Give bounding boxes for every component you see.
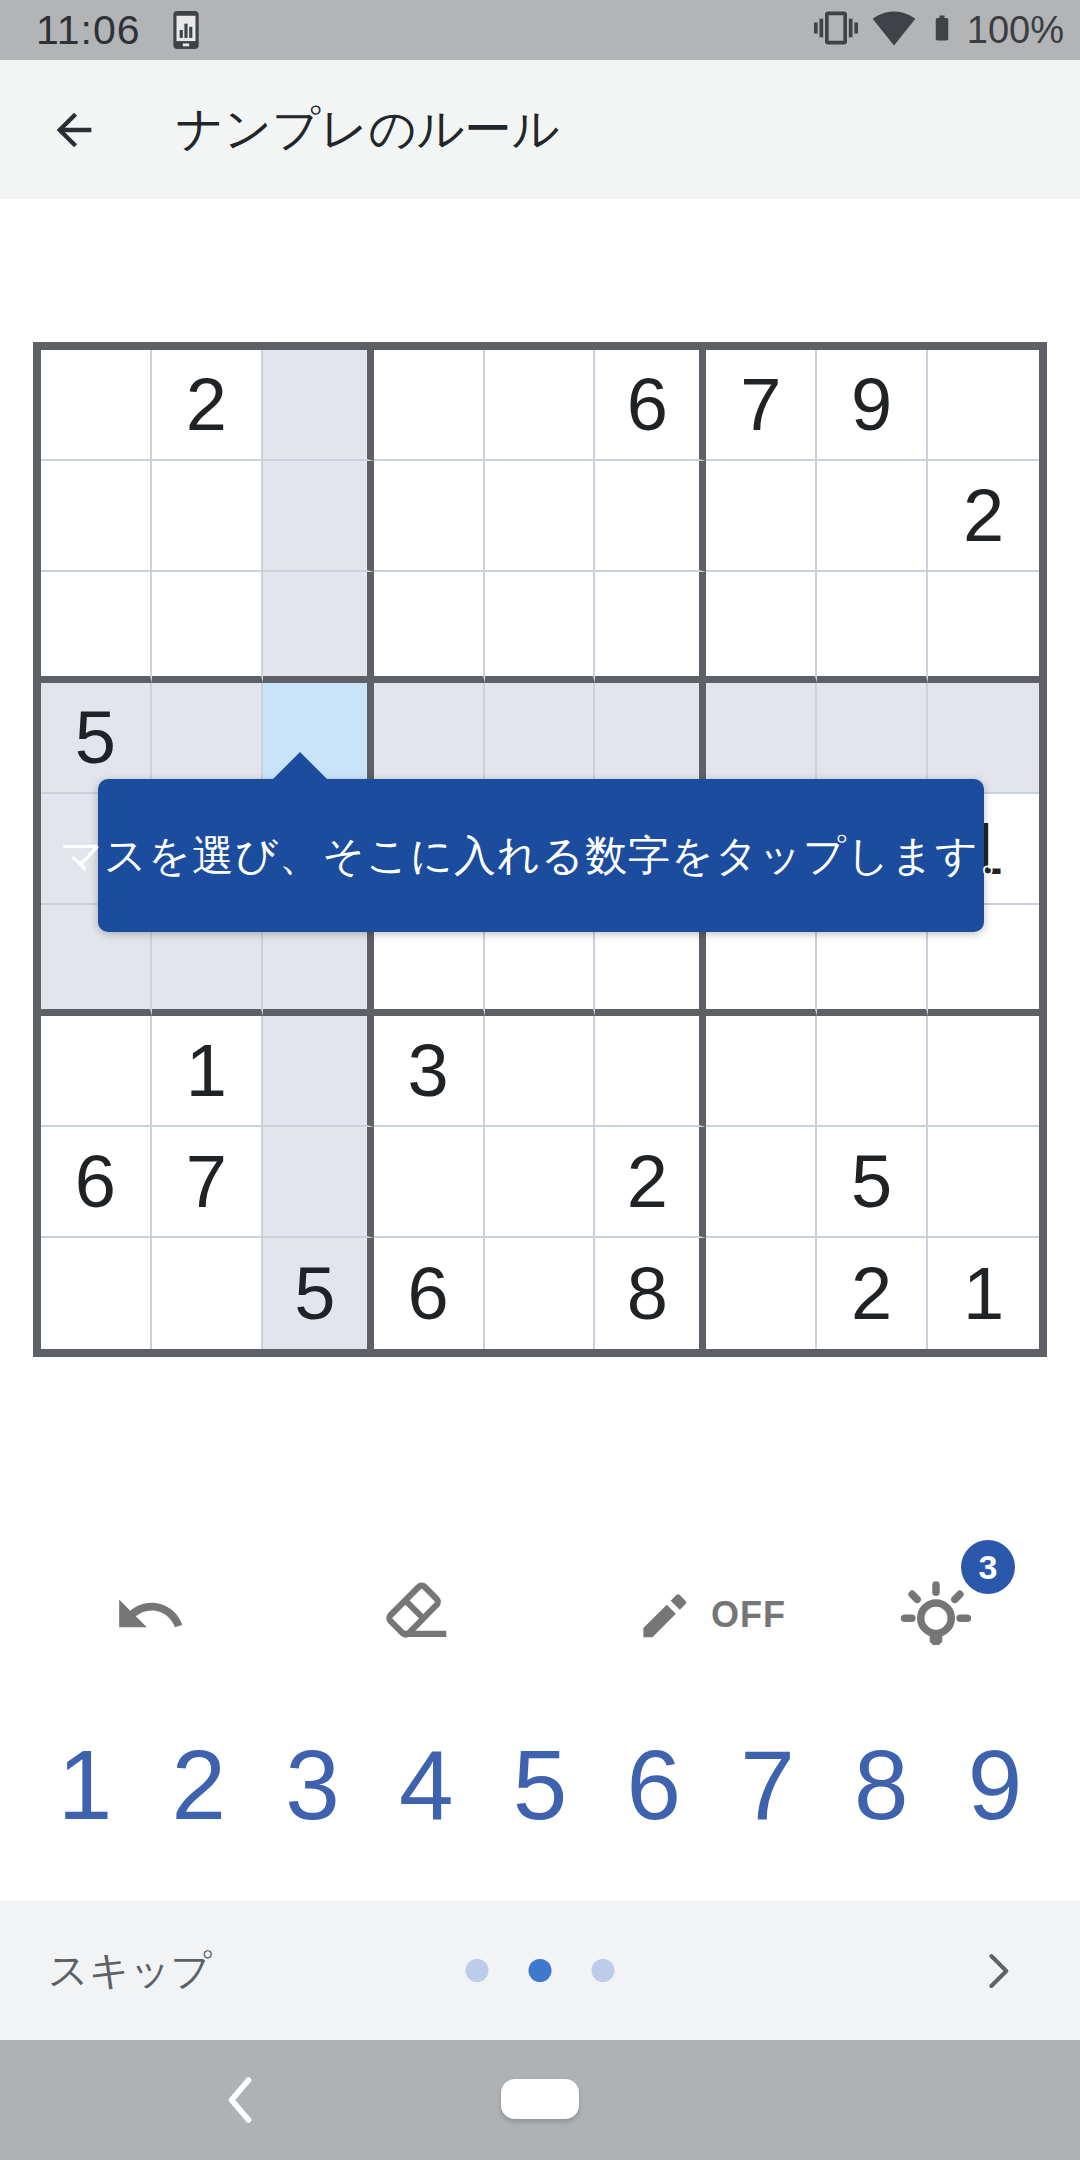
cell-r8c4[interactable]: [374, 1127, 485, 1238]
cell-r4c5[interactable]: [485, 683, 596, 794]
cell-r3c5[interactable]: [485, 572, 596, 683]
cell-r3c8[interactable]: [817, 572, 928, 683]
cell-r4c2[interactable]: [152, 683, 263, 794]
numpad-key-1[interactable]: 1: [58, 1736, 113, 1834]
cell-r4c7[interactable]: [706, 683, 817, 794]
cell-r3c9[interactable]: [928, 572, 1039, 683]
cell-r1c9[interactable]: [928, 350, 1039, 461]
page-title: ナンプレのルール: [176, 98, 560, 161]
vibrate-icon: [811, 6, 861, 54]
cell-r8c9[interactable]: [928, 1127, 1039, 1238]
nav-back-chevron-icon: [223, 2074, 257, 2126]
arrow-left-icon: [48, 104, 100, 156]
cell-r1c4[interactable]: [374, 350, 485, 461]
cell-r3c4[interactable]: [374, 572, 485, 683]
cell-r4c9[interactable]: [928, 683, 1039, 794]
numpad-key-3[interactable]: 3: [285, 1736, 340, 1834]
cell-r9c2[interactable]: [152, 1238, 263, 1349]
cell-r1c6[interactable]: 6: [595, 350, 706, 461]
pencil-state-label: OFF: [711, 1594, 786, 1636]
cell-r1c5[interactable]: [485, 350, 596, 461]
cell-r7c3[interactable]: [263, 1016, 374, 1127]
hint-button[interactable]: 3: [885, 1540, 1017, 1658]
cell-r8c6[interactable]: 2: [595, 1127, 706, 1238]
number-pad: 123456789: [28, 1712, 1052, 1857]
cell-r7c2[interactable]: 1: [152, 1016, 263, 1127]
skip-button[interactable]: スキップ: [48, 1943, 212, 1998]
numpad-key-6[interactable]: 6: [626, 1736, 681, 1834]
cell-r9c7[interactable]: [706, 1238, 817, 1349]
cell-r3c2[interactable]: [152, 572, 263, 683]
status-bar: 11:06 100%: [0, 0, 1080, 60]
undo-icon: [113, 1578, 187, 1652]
cell-r9c4[interactable]: 6: [374, 1238, 485, 1349]
numpad-key-9[interactable]: 9: [968, 1736, 1023, 1834]
battery-percent: 100%: [967, 9, 1064, 52]
cell-r8c7[interactable]: [706, 1127, 817, 1238]
back-button[interactable]: [44, 100, 104, 160]
pencil-mode-toggle[interactable]: OFF: [636, 1572, 786, 1658]
chevron-right-icon: [978, 1947, 1018, 1995]
eraser-icon: [378, 1576, 456, 1654]
cell-r2c3[interactable]: [263, 461, 374, 572]
cell-r3c1[interactable]: [41, 572, 152, 683]
cell-r2c9[interactable]: 2: [928, 461, 1039, 572]
status-time: 11:06: [36, 7, 141, 54]
cell-r9c5[interactable]: [485, 1238, 596, 1349]
app-header: ナンプレのルール: [0, 60, 1080, 199]
next-button[interactable]: [968, 1941, 1028, 2001]
cell-r3c3[interactable]: [263, 572, 374, 683]
hint-count-badge: 3: [961, 1540, 1015, 1594]
cell-r8c2[interactable]: 7: [152, 1127, 263, 1238]
cell-r9c1[interactable]: [41, 1238, 152, 1349]
pencil-icon: [636, 1580, 695, 1650]
cell-r1c2[interactable]: 2: [152, 350, 263, 461]
cell-r8c8[interactable]: 5: [817, 1127, 928, 1238]
page-dot-2: [529, 1959, 552, 1982]
cell-r1c8[interactable]: 9: [817, 350, 928, 461]
cell-r4c4[interactable]: [374, 683, 485, 794]
cell-r2c8[interactable]: [817, 461, 928, 572]
cell-r1c1[interactable]: [41, 350, 152, 461]
cell-r2c4[interactable]: [374, 461, 485, 572]
numpad-key-8[interactable]: 8: [854, 1736, 909, 1834]
cell-r2c5[interactable]: [485, 461, 596, 572]
cell-r7c6[interactable]: [595, 1016, 706, 1127]
cell-r7c5[interactable]: [485, 1016, 596, 1127]
cell-r1c3[interactable]: [263, 350, 374, 461]
cell-r7c4[interactable]: 3: [374, 1016, 485, 1127]
cell-r8c1[interactable]: 6: [41, 1127, 152, 1238]
undo-button[interactable]: [105, 1572, 195, 1658]
cell-r3c7[interactable]: [706, 572, 817, 683]
nav-back-button[interactable]: [210, 2065, 270, 2135]
cell-r2c2[interactable]: [152, 461, 263, 572]
cell-r4c1[interactable]: 5: [41, 683, 152, 794]
cell-r7c7[interactable]: [706, 1016, 817, 1127]
cell-r2c7[interactable]: [706, 461, 817, 572]
numpad-key-4[interactable]: 4: [399, 1736, 454, 1834]
mobile-data-usage-icon: [167, 9, 205, 51]
tutorial-footer: スキップ: [0, 1901, 1080, 2040]
numpad-key-2[interactable]: 2: [171, 1736, 226, 1834]
cell-r8c5[interactable]: [485, 1127, 596, 1238]
page-dot-1: [466, 1959, 489, 1982]
cell-r9c9[interactable]: 1: [928, 1238, 1039, 1349]
cell-r4c6[interactable]: [595, 683, 706, 794]
cell-r3c6[interactable]: [595, 572, 706, 683]
battery-icon: [927, 5, 957, 55]
cell-r4c8[interactable]: [817, 683, 928, 794]
nav-home-pill[interactable]: [501, 2079, 579, 2119]
cell-r9c6[interactable]: 8: [595, 1238, 706, 1349]
cell-r1c7[interactable]: 7: [706, 350, 817, 461]
cell-r2c1[interactable]: [41, 461, 152, 572]
cell-r2c6[interactable]: [595, 461, 706, 572]
cell-r7c8[interactable]: [817, 1016, 928, 1127]
tutorial-tooltip-text: マスを選び、そこに入れる数字をタップします。: [60, 828, 1022, 884]
eraser-button[interactable]: [372, 1572, 462, 1658]
page-dot-3: [592, 1959, 615, 1982]
cell-r7c9[interactable]: [928, 1016, 1039, 1127]
tutorial-tooltip: マスを選び、そこに入れる数字をタップします。: [98, 779, 984, 932]
page-dots: [466, 1959, 615, 1982]
numpad-key-7[interactable]: 7: [740, 1736, 795, 1834]
wifi-icon: [871, 6, 917, 54]
cell-r7c1[interactable]: [41, 1016, 152, 1127]
numpad-key-5[interactable]: 5: [513, 1736, 568, 1834]
cell-r8c3[interactable]: [263, 1127, 374, 1238]
cell-r9c3[interactable]: 5: [263, 1238, 374, 1349]
cell-r9c8[interactable]: 2: [817, 1238, 928, 1349]
